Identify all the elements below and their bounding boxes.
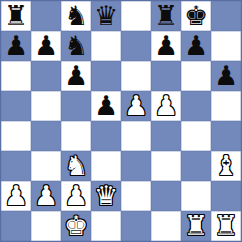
square-f4[interactable] — [151, 121, 181, 151]
piece-black-queen: ♛ — [94, 2, 118, 29]
square-a5[interactable] — [1, 91, 31, 121]
square-d1[interactable] — [91, 211, 121, 241]
square-b3[interactable] — [31, 151, 61, 181]
square-a3[interactable] — [1, 151, 31, 181]
piece-black-pawn: ♟ — [214, 62, 238, 89]
piece-white-pawn: ♟ — [154, 92, 178, 119]
square-e1[interactable] — [121, 211, 151, 241]
piece-black-knight: ♞ — [64, 32, 88, 59]
piece-black-king: ♚ — [184, 2, 208, 29]
square-h3[interactable]: ♝ — [211, 151, 241, 181]
piece-black-pawn: ♟ — [94, 92, 118, 119]
square-e2[interactable] — [121, 181, 151, 211]
piece-black-pawn: ♟ — [154, 32, 178, 59]
piece-white-queen: ♛ — [94, 182, 118, 209]
square-d2[interactable]: ♛ — [91, 181, 121, 211]
square-e4[interactable] — [121, 121, 151, 151]
piece-white-knight: ♞ — [64, 152, 88, 179]
piece-black-knight: ♞ — [64, 2, 88, 29]
square-f1[interactable] — [151, 211, 181, 241]
square-f2[interactable] — [151, 181, 181, 211]
square-b4[interactable] — [31, 121, 61, 151]
square-a6[interactable] — [1, 61, 31, 91]
square-g4[interactable] — [181, 121, 211, 151]
chess-board: ♜♞♛♜♚♟♟♞♟♟♟♟♟♟♟♞♝♟♟♟♛♚♜♜ — [0, 0, 242, 242]
square-c5[interactable] — [61, 91, 91, 121]
piece-white-bishop: ♝ — [214, 152, 238, 179]
piece-white-pawn: ♟ — [124, 92, 148, 119]
square-c8[interactable]: ♞ — [61, 1, 91, 31]
square-g6[interactable] — [181, 61, 211, 91]
square-g3[interactable] — [181, 151, 211, 181]
piece-black-rook: ♜ — [154, 2, 178, 29]
square-f7[interactable]: ♟ — [151, 31, 181, 61]
square-f6[interactable] — [151, 61, 181, 91]
square-a7[interactable]: ♟ — [1, 31, 31, 61]
square-c6[interactable]: ♟ — [61, 61, 91, 91]
square-e8[interactable] — [121, 1, 151, 31]
square-c3[interactable]: ♞ — [61, 151, 91, 181]
square-h2[interactable] — [211, 181, 241, 211]
square-c1[interactable]: ♚ — [61, 211, 91, 241]
square-h7[interactable] — [211, 31, 241, 61]
piece-black-pawn: ♟ — [4, 32, 28, 59]
piece-white-rook: ♜ — [214, 212, 238, 239]
square-d7[interactable] — [91, 31, 121, 61]
square-f5[interactable]: ♟ — [151, 91, 181, 121]
square-d8[interactable]: ♛ — [91, 1, 121, 31]
square-e6[interactable] — [121, 61, 151, 91]
square-b8[interactable] — [31, 1, 61, 31]
square-b6[interactable] — [31, 61, 61, 91]
square-d4[interactable] — [91, 121, 121, 151]
square-f3[interactable] — [151, 151, 181, 181]
square-g8[interactable]: ♚ — [181, 1, 211, 31]
square-a8[interactable]: ♜ — [1, 1, 31, 31]
square-b5[interactable] — [31, 91, 61, 121]
piece-black-rook: ♜ — [4, 2, 28, 29]
piece-black-pawn: ♟ — [64, 62, 88, 89]
square-h5[interactable] — [211, 91, 241, 121]
square-e5[interactable]: ♟ — [121, 91, 151, 121]
square-g5[interactable] — [181, 91, 211, 121]
square-g2[interactable] — [181, 181, 211, 211]
square-e7[interactable] — [121, 31, 151, 61]
square-h6[interactable]: ♟ — [211, 61, 241, 91]
square-f8[interactable]: ♜ — [151, 1, 181, 31]
square-g1[interactable]: ♜ — [181, 211, 211, 241]
piece-black-pawn: ♟ — [184, 32, 208, 59]
piece-white-king: ♚ — [64, 212, 88, 239]
piece-white-pawn: ♟ — [4, 182, 28, 209]
square-d6[interactable] — [91, 61, 121, 91]
square-d5[interactable]: ♟ — [91, 91, 121, 121]
square-a4[interactable] — [1, 121, 31, 151]
square-b2[interactable]: ♟ — [31, 181, 61, 211]
square-a1[interactable] — [1, 211, 31, 241]
square-c4[interactable] — [61, 121, 91, 151]
square-h4[interactable] — [211, 121, 241, 151]
piece-black-pawn: ♟ — [34, 32, 58, 59]
square-c7[interactable]: ♞ — [61, 31, 91, 61]
square-h8[interactable] — [211, 1, 241, 31]
square-c2[interactable]: ♟ — [61, 181, 91, 211]
square-g7[interactable]: ♟ — [181, 31, 211, 61]
piece-white-pawn: ♟ — [34, 182, 58, 209]
piece-white-rook: ♜ — [184, 212, 208, 239]
piece-white-pawn: ♟ — [64, 182, 88, 209]
square-a2[interactable]: ♟ — [1, 181, 31, 211]
square-b7[interactable]: ♟ — [31, 31, 61, 61]
square-h1[interactable]: ♜ — [211, 211, 241, 241]
square-b1[interactable] — [31, 211, 61, 241]
square-e3[interactable] — [121, 151, 151, 181]
square-d3[interactable] — [91, 151, 121, 181]
